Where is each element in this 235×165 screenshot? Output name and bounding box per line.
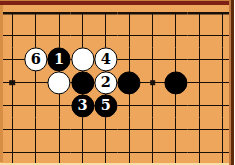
board-intersection: 6 <box>24 48 47 71</box>
board-intersection <box>188 48 211 71</box>
board-intersection <box>94 118 117 141</box>
board-intersection <box>118 71 141 94</box>
board-intersection <box>71 118 94 141</box>
board-intersection <box>1 71 24 94</box>
board-intersection <box>141 118 164 141</box>
board-intersection <box>141 141 164 164</box>
white-stone <box>71 48 94 71</box>
board-intersection <box>164 141 187 164</box>
white-stone: 2 <box>94 71 117 94</box>
board-intersection <box>188 118 211 141</box>
go-board: 614235 <box>1 1 234 164</box>
board-intersection <box>71 48 94 71</box>
board-intersection: 3 <box>71 94 94 117</box>
board-intersection <box>141 48 164 71</box>
board-intersection <box>141 71 164 94</box>
board-intersection <box>188 94 211 117</box>
black-stone: 5 <box>94 95 117 118</box>
frame-left-edge <box>0 1 3 162</box>
move-number: 3 <box>77 99 87 114</box>
board-intersection <box>141 24 164 47</box>
board-intersection <box>164 24 187 47</box>
black-stone <box>71 71 94 94</box>
board-intersection <box>118 141 141 164</box>
move-number: 6 <box>31 52 41 67</box>
board-intersection <box>94 24 117 47</box>
board-intersection <box>47 118 70 141</box>
board-intersection <box>24 118 47 141</box>
board-intersection <box>164 118 187 141</box>
board-intersection <box>24 71 47 94</box>
board-intersection <box>71 24 94 47</box>
board-intersection <box>1 48 24 71</box>
board-intersection <box>118 118 141 141</box>
board-intersection <box>164 71 187 94</box>
white-stone: 6 <box>24 48 47 71</box>
white-stone: 4 <box>94 48 117 71</box>
board-intersection <box>164 94 187 117</box>
board-intersection <box>141 94 164 117</box>
white-stone <box>48 71 71 94</box>
board-intersection <box>118 48 141 71</box>
board-intersection <box>188 141 211 164</box>
board-intersection <box>94 141 117 164</box>
frame-bottom-edge <box>0 163 234 165</box>
board-intersection: 1 <box>47 48 70 71</box>
board-intersection: 5 <box>94 94 117 117</box>
board-intersection <box>188 24 211 47</box>
board-intersection <box>164 48 187 71</box>
move-number: 1 <box>54 52 64 67</box>
move-number: 4 <box>101 52 111 67</box>
board-intersection <box>24 141 47 164</box>
board-intersection <box>71 141 94 164</box>
board-intersection <box>1 24 24 47</box>
board-intersection <box>118 24 141 47</box>
board-intersection <box>24 94 47 117</box>
board-intersection: 4 <box>94 48 117 71</box>
board-intersection <box>47 24 70 47</box>
board-intersection <box>188 71 211 94</box>
move-number: 5 <box>101 99 111 114</box>
board-intersection <box>47 71 70 94</box>
board-intersection <box>71 71 94 94</box>
black-stone <box>118 71 141 94</box>
board-intersection <box>1 141 24 164</box>
board-intersection <box>47 94 70 117</box>
frame-top-edge <box>0 1 234 5</box>
go-diagram: 614235 <box>0 0 234 165</box>
move-number: 2 <box>101 76 111 91</box>
black-stone <box>164 71 187 94</box>
board-intersection <box>1 118 24 141</box>
board-intersection <box>24 24 47 47</box>
board-intersection <box>1 94 24 117</box>
board-intersection <box>47 141 70 164</box>
black-stone: 1 <box>48 48 71 71</box>
frame-right-edge <box>229 0 235 165</box>
board-intersection <box>118 94 141 117</box>
board-intersection: 2 <box>94 71 117 94</box>
black-stone: 3 <box>71 95 94 118</box>
